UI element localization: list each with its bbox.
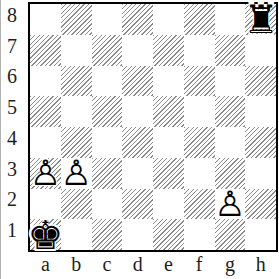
square-g4 [215,127,246,158]
rank-label-6: 6 [0,62,24,93]
square-h8: ♜♜ [245,4,276,35]
square-f4 [184,127,215,158]
file-labels: abcdefgh [30,251,276,278]
file-label-f: f [184,251,215,278]
square-f7 [184,35,215,66]
piece-white-pawn-g2: ♟♙ [215,189,246,220]
square-a3: ♟♙ [30,158,61,189]
square-d2 [122,189,153,220]
rank-label-4: 4 [0,123,24,154]
square-g3 [215,158,246,189]
square-e7 [153,35,184,66]
square-d6 [122,66,153,97]
square-b1 [61,219,92,250]
square-f1 [184,219,215,250]
file-label-e: e [153,251,184,278]
white-pawn-halo: ♟ [212,184,248,225]
file-label-b: b [61,251,92,278]
piece-white-pawn-b3: ♟♙ [61,158,92,189]
square-c1 [92,219,123,250]
square-h1 [245,219,276,250]
white-pawn-halo: ♟ [58,153,94,194]
square-e4 [153,127,184,158]
square-a5 [30,96,61,127]
square-d4 [122,127,153,158]
square-b3: ♟♙ [61,158,92,189]
square-d1 [122,219,153,250]
square-g5 [215,96,246,127]
square-b7 [61,35,92,66]
square-d8 [122,4,153,35]
rank-label-1: 1 [0,215,24,246]
square-g8 [215,4,246,35]
file-label-d: d [122,251,153,278]
square-g2: ♟♙ [215,189,246,220]
square-h6 [245,66,276,97]
square-a2 [30,189,61,220]
square-b2 [61,189,92,220]
square-d3 [122,158,153,189]
square-e1 [153,219,184,250]
square-h7 [245,35,276,66]
black-rook-icon: ♜ [243,0,278,39]
square-h3 [245,158,276,189]
square-a4 [30,127,61,158]
square-d5 [122,96,153,127]
square-g1 [215,219,246,250]
file-label-c: c [92,251,123,278]
square-e2 [153,189,184,220]
white-pawn-icon: ♙ [60,156,91,191]
square-b8 [61,4,92,35]
square-g6 [215,66,246,97]
piece-white-pawn-a3: ♟♙ [30,158,61,189]
rank-labels: 87654321 [0,4,24,250]
square-g7 [215,35,246,66]
square-b4 [61,127,92,158]
square-h2 [245,189,276,220]
chess-diagram: 87654321 ♜♜♟♙♟♙♟♙♚♚ abcdefgh [0,0,279,279]
rank-label-5: 5 [0,92,24,123]
square-c7 [92,35,123,66]
square-a1: ♚♚ [30,219,61,250]
file-label-a: a [30,251,61,278]
square-b5 [61,96,92,127]
square-h4 [245,127,276,158]
white-pawn-icon: ♙ [214,186,245,221]
square-a7 [30,35,61,66]
square-a8 [30,4,61,35]
rank-label-2: 2 [0,185,24,216]
square-d7 [122,35,153,66]
square-c3 [92,158,123,189]
square-a6 [30,66,61,97]
square-c8 [92,4,123,35]
square-f6 [184,66,215,97]
square-f5 [184,96,215,127]
square-c4 [92,127,123,158]
square-c2 [92,189,123,220]
black-king-icon: ♚ [27,215,63,255]
square-c6 [92,66,123,97]
square-f2 [184,189,215,220]
rank-label-3: 3 [0,154,24,185]
square-f8 [184,4,215,35]
piece-black-king-a1: ♚♚ [30,219,61,250]
rank-label-7: 7 [0,31,24,62]
square-e5 [153,96,184,127]
square-b6 [61,66,92,97]
rank-label-8: 8 [0,0,24,31]
white-pawn-halo: ♟ [27,153,63,194]
square-e6 [153,66,184,97]
white-pawn-icon: ♙ [30,156,61,191]
board: ♜♜♟♙♟♙♟♙♚♚ [28,2,278,252]
square-c5 [92,96,123,127]
piece-black-rook-h8: ♜♜ [245,4,276,35]
file-label-h: h [245,251,276,278]
file-label-g: g [215,251,246,278]
square-e8 [153,4,184,35]
square-e3 [153,158,184,189]
square-h5 [245,96,276,127]
square-f3 [184,158,215,189]
